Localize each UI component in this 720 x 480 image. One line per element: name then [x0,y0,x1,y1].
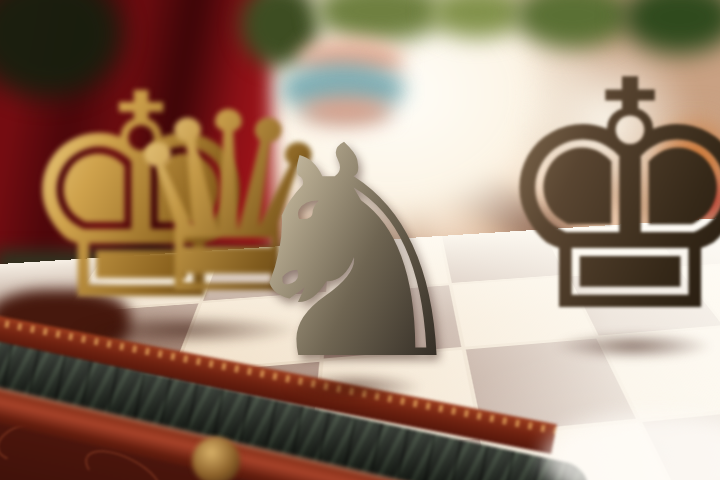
drawer-knob[interactable] [192,437,240,480]
photo-stage: ♚ ♛ ♞ ♚ [0,0,720,480]
black-king-piece[interactable]: ♚ [488,40,720,356]
black-knight-piece[interactable]: ♞ [222,108,484,400]
